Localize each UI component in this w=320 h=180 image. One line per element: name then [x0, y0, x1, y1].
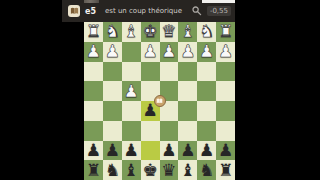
white-pawn[interactable]: ♟: [218, 43, 233, 60]
square-e1[interactable]: ♚: [141, 22, 160, 42]
square-f7[interactable]: ♟: [122, 141, 141, 161]
black-rook[interactable]: ♜: [86, 161, 101, 178]
square-h4[interactable]: [84, 81, 103, 101]
evaluation-badge: -0,55: [207, 6, 231, 16]
square-f2[interactable]: [122, 42, 141, 62]
square-c2[interactable]: ♟: [178, 42, 197, 62]
search-icon[interactable]: [192, 6, 202, 16]
square-d6[interactable]: [160, 121, 179, 141]
white-knight[interactable]: ♞: [199, 23, 214, 40]
square-g6[interactable]: [103, 121, 122, 141]
square-a4[interactable]: [216, 81, 235, 101]
white-pawn[interactable]: ♟: [105, 43, 120, 60]
square-d2[interactable]: ♟: [160, 42, 179, 62]
open-book-glyph: [70, 7, 79, 15]
square-g3[interactable]: [103, 62, 122, 82]
square-h3[interactable]: [84, 62, 103, 82]
white-king[interactable]: ♚: [142, 23, 157, 40]
square-d8[interactable]: ♛: [160, 160, 179, 180]
square-c7[interactable]: ♟: [178, 141, 197, 161]
square-c4[interactable]: [178, 81, 197, 101]
black-queen[interactable]: ♛: [161, 161, 176, 178]
white-pawn[interactable]: ♟: [161, 43, 176, 60]
square-g2[interactable]: ♟: [103, 42, 122, 62]
square-e2[interactable]: ♟: [141, 42, 160, 62]
square-h1[interactable]: ♜: [84, 22, 103, 42]
black-rook[interactable]: ♜: [218, 161, 233, 178]
black-knight[interactable]: ♞: [199, 161, 214, 178]
white-rook[interactable]: ♜: [218, 23, 233, 40]
chess-board[interactable]: ♜♞♝♚♛♝♞♜♟♟♟♟♟♟♟♟♟♟♟♟♟♟♟♟♜♞♝♚♛♝♞♜: [84, 22, 235, 180]
square-a3[interactable]: [216, 62, 235, 82]
square-f8[interactable]: ♝: [122, 160, 141, 180]
square-h5[interactable]: [84, 101, 103, 121]
black-pawn[interactable]: ♟: [105, 141, 120, 158]
square-a6[interactable]: [216, 121, 235, 141]
square-a8[interactable]: ♜: [216, 160, 235, 180]
square-c8[interactable]: ♝: [178, 160, 197, 180]
square-h7[interactable]: ♟: [84, 141, 103, 161]
square-f3[interactable]: [122, 62, 141, 82]
square-h2[interactable]: ♟: [84, 42, 103, 62]
square-c3[interactable]: [178, 62, 197, 82]
square-f5[interactable]: [122, 101, 141, 121]
square-h8[interactable]: ♜: [84, 160, 103, 180]
square-d3[interactable]: [160, 62, 179, 82]
square-d1[interactable]: ♛: [160, 22, 179, 42]
square-a2[interactable]: ♟: [216, 42, 235, 62]
white-queen[interactable]: ♛: [161, 23, 176, 40]
square-b6[interactable]: [197, 121, 216, 141]
square-c1[interactable]: ♝: [178, 22, 197, 42]
analysis-top-bar: e5 est un coup théorique -0,55: [62, 0, 235, 22]
black-pawn[interactable]: ♟: [124, 141, 139, 158]
cutoff-text-sliver: [84, 0, 99, 3]
square-a1[interactable]: ♜: [216, 22, 235, 42]
square-a7[interactable]: ♟: [216, 141, 235, 161]
square-b4[interactable]: [197, 81, 216, 101]
square-g8[interactable]: ♞: [103, 160, 122, 180]
square-f4[interactable]: ♟: [122, 81, 141, 101]
white-pawn[interactable]: ♟: [86, 43, 101, 60]
white-pawn[interactable]: ♟: [124, 82, 139, 99]
square-b8[interactable]: ♞: [197, 160, 216, 180]
square-a5[interactable]: [216, 101, 235, 121]
black-pawn[interactable]: ♟: [86, 141, 101, 158]
black-pawn[interactable]: ♟: [199, 141, 214, 158]
black-pawn[interactable]: ♟: [180, 141, 195, 158]
white-knight[interactable]: ♞: [105, 23, 120, 40]
move-label: e5: [85, 7, 96, 16]
square-c6[interactable]: [178, 121, 197, 141]
square-b5[interactable]: [197, 101, 216, 121]
white-pawn[interactable]: ♟: [199, 43, 214, 60]
square-b2[interactable]: ♟: [197, 42, 216, 62]
square-b1[interactable]: ♞: [197, 22, 216, 42]
square-b3[interactable]: [197, 62, 216, 82]
square-b7[interactable]: ♟: [197, 141, 216, 161]
white-bishop[interactable]: ♝: [124, 23, 139, 40]
white-bishop[interactable]: ♝: [180, 23, 195, 40]
square-g4[interactable]: [103, 81, 122, 101]
black-pawn[interactable]: ♟: [218, 141, 233, 158]
cutoff-overlay-strip: [202, 0, 235, 3]
square-e5[interactable]: ♟: [141, 101, 160, 121]
square-e6[interactable]: [141, 121, 160, 141]
move-annotation: est un coup théorique: [105, 7, 182, 15]
square-g7[interactable]: ♟: [103, 141, 122, 161]
black-king[interactable]: ♚: [142, 161, 157, 178]
white-pawn[interactable]: ♟: [142, 43, 157, 60]
square-d7[interactable]: ♟: [160, 141, 179, 161]
square-f1[interactable]: ♝: [122, 22, 141, 42]
black-bishop[interactable]: ♝: [180, 161, 195, 178]
open-book-glyph: [156, 98, 163, 104]
video-frame: e5 est un coup théorique -0,55 ♜♞♝♚♛♝♞♜♟…: [0, 0, 320, 180]
book-icon: [68, 5, 80, 17]
black-bishop[interactable]: ♝: [124, 161, 139, 178]
black-pawn[interactable]: ♟: [161, 141, 176, 158]
black-knight[interactable]: ♞: [105, 161, 120, 178]
square-g1[interactable]: ♞: [103, 22, 122, 42]
book-move-badge: [154, 95, 166, 107]
square-g5[interactable]: [103, 101, 122, 121]
square-h6[interactable]: [84, 121, 103, 141]
square-e7[interactable]: [141, 141, 160, 161]
square-f6[interactable]: [122, 121, 141, 141]
square-c5[interactable]: [178, 101, 197, 121]
white-rook[interactable]: ♜: [86, 23, 101, 40]
square-e3[interactable]: [141, 62, 160, 82]
white-pawn[interactable]: ♟: [180, 43, 195, 60]
square-e8[interactable]: ♚: [141, 160, 160, 180]
